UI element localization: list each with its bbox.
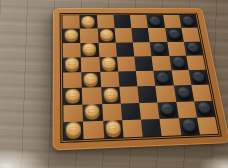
wood-piece[interactable]: ⛀: [85, 104, 101, 118]
square-c8[interactable]: [97, 15, 115, 28]
square-b4[interactable]: ⛀: [82, 72, 101, 88]
wood-piece[interactable]: ⛀: [82, 43, 96, 54]
square-b6[interactable]: ⛀: [80, 42, 98, 57]
square-h1[interactable]: [197, 117, 219, 135]
wood-piece[interactable]: ⛀: [101, 57, 116, 69]
black-piece[interactable]: ⛂: [196, 101, 212, 114]
wood-piece[interactable]: ⛀: [84, 72, 99, 84]
wood-piece[interactable]: ⛀: [65, 29, 79, 40]
square-b3[interactable]: [82, 87, 102, 104]
square-h7[interactable]: [181, 28, 200, 42]
wood-piece[interactable]: ⛀: [66, 122, 82, 136]
square-e2[interactable]: [139, 102, 160, 119]
square-a8[interactable]: [62, 15, 80, 29]
square-h8[interactable]: ⛂: [179, 15, 198, 28]
square-f7[interactable]: [148, 28, 167, 42]
square-h5[interactable]: [186, 55, 206, 70]
black-piece[interactable]: ⛂: [175, 86, 191, 99]
square-d8[interactable]: [113, 15, 131, 28]
square-d5[interactable]: [117, 56, 136, 71]
wood-piece[interactable]: ⛀: [99, 29, 113, 40]
black-piece[interactable]: ⛂: [185, 42, 200, 53]
square-c6[interactable]: [98, 42, 117, 57]
square-f6[interactable]: ⛂: [150, 42, 169, 56]
square-b8[interactable]: ⛀: [80, 15, 98, 28]
square-c4[interactable]: [100, 71, 119, 87]
square-f5[interactable]: [152, 56, 171, 71]
square-e6[interactable]: [133, 42, 152, 56]
square-c1[interactable]: ⛀: [103, 120, 124, 138]
square-a6[interactable]: [63, 43, 81, 58]
square-f8[interactable]: ⛂: [146, 15, 164, 28]
black-piece[interactable]: ⛂: [180, 118, 197, 132]
square-d3[interactable]: [119, 87, 139, 104]
square-d7[interactable]: [114, 28, 132, 42]
square-e8[interactable]: [130, 15, 148, 28]
wood-piece[interactable]: ⛀: [103, 88, 118, 101]
black-piece[interactable]: ⛂: [156, 71, 171, 83]
board-grid: ⛀⛂⛂⛀⛀⛂⛀⛂⛂⛀⛀⛂⛀⛂⛂⛀⛀⛂⛀⛂⛂⛀⛀⛂: [61, 14, 219, 141]
table-surface: ⛀⛂⛂⛀⛀⛂⛀⛂⛂⛀⛀⛂⛀⛂⛂⛀⛀⛂⛀⛂⛂⛀⛀⛂: [0, 0, 228, 168]
square-f4[interactable]: ⛂: [154, 70, 174, 86]
square-b5[interactable]: [81, 57, 100, 72]
square-e7[interactable]: [131, 28, 150, 42]
square-d4[interactable]: [118, 71, 138, 87]
square-d2[interactable]: [120, 103, 140, 120]
black-piece[interactable]: ⛂: [167, 28, 182, 39]
wood-piece[interactable]: ⛀: [65, 58, 80, 70]
square-a4[interactable]: [63, 72, 82, 88]
square-h6[interactable]: ⛂: [184, 41, 203, 55]
square-a2[interactable]: [63, 104, 83, 122]
square-e5[interactable]: [134, 56, 153, 71]
black-piece[interactable]: ⛂: [181, 15, 195, 25]
square-h3[interactable]: [191, 85, 212, 101]
wood-piece[interactable]: ⛀: [65, 89, 80, 102]
square-c3[interactable]: ⛀: [101, 87, 121, 104]
square-a3[interactable]: ⛀: [63, 88, 82, 105]
square-b1[interactable]: [83, 121, 103, 139]
square-e1[interactable]: [141, 119, 162, 137]
board-frame: ⛀⛂⛂⛀⛀⛂⛀⛂⛂⛀⛀⛂⛀⛂⛂⛀⛀⛂⛀⛂⛂⛀⛀⛂: [53, 8, 228, 151]
square-c5[interactable]: ⛀: [99, 57, 118, 72]
square-b2[interactable]: ⛀: [83, 104, 103, 122]
square-b7[interactable]: [80, 29, 98, 43]
square-f3[interactable]: [156, 86, 176, 102]
checkers-board: ⛀⛂⛂⛀⛀⛂⛀⛂⛂⛀⛀⛂⛀⛂⛂⛀⛀⛂⛀⛂⛂⛀⛀⛂: [53, 8, 228, 151]
square-d1[interactable]: [122, 119, 143, 137]
wood-piece[interactable]: ⛀: [81, 16, 95, 26]
black-piece[interactable]: ⛂: [190, 70, 206, 82]
square-c2[interactable]: [102, 103, 122, 120]
black-piece[interactable]: ⛂: [148, 15, 162, 25]
black-piece[interactable]: ⛂: [160, 102, 176, 115]
black-piece[interactable]: ⛂: [152, 42, 167, 53]
square-f2[interactable]: ⛂: [158, 102, 179, 119]
square-c7[interactable]: ⛀: [97, 28, 115, 42]
square-a5[interactable]: ⛀: [63, 57, 82, 72]
square-h4[interactable]: ⛂: [188, 70, 208, 86]
wood-piece[interactable]: ⛀: [105, 121, 121, 135]
black-piece[interactable]: ⛂: [171, 56, 186, 68]
square-a1[interactable]: ⛀: [64, 121, 84, 140]
square-d6[interactable]: [116, 42, 135, 57]
square-e3[interactable]: [137, 86, 157, 102]
square-e4[interactable]: [136, 71, 156, 87]
square-h2[interactable]: ⛂: [194, 100, 215, 117]
square-a7[interactable]: ⛀: [63, 29, 81, 43]
